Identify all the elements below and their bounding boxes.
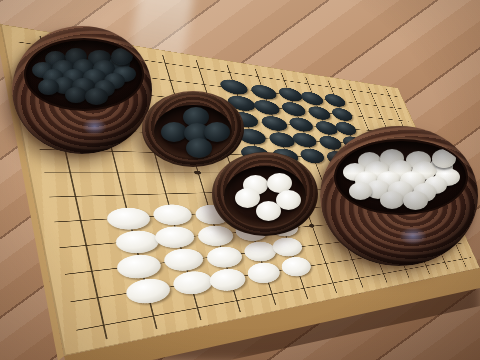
white-stone (195, 224, 236, 247)
black-stone (323, 93, 348, 108)
black-stone (287, 117, 315, 133)
white-stone (123, 276, 172, 306)
black-stone (333, 121, 358, 135)
white-stone (150, 203, 194, 225)
white-stone-bowl (320, 126, 478, 266)
white-stone (203, 245, 244, 270)
black-stone-in-bowl (38, 79, 59, 95)
white-bowl-opening (334, 139, 468, 216)
white-stone (170, 269, 215, 297)
black-stone (298, 148, 326, 163)
black-stone (252, 99, 282, 116)
black-stone (259, 115, 289, 131)
white-stone (278, 255, 313, 278)
black-stone (218, 78, 250, 96)
black-lid (142, 91, 244, 167)
white-stone (114, 253, 163, 281)
white-stone-in-bowl (403, 191, 428, 210)
white-lid (212, 152, 318, 236)
white-stone (161, 247, 206, 273)
white-stone-in-bowl (432, 149, 456, 168)
white-stone (104, 207, 152, 231)
black-stone (249, 84, 279, 101)
black-stone (299, 91, 325, 107)
white-stone-in-bowl (349, 182, 372, 200)
black-stone (290, 132, 318, 147)
white-stone-in-bowl (380, 191, 404, 209)
black-stone-in-bowl (85, 88, 108, 105)
white-stone (244, 261, 282, 286)
black-bowl-opening (24, 38, 144, 111)
black-stone-in-bowl (65, 87, 87, 103)
black-stone-in-bowl (111, 48, 133, 65)
go-set-photo (0, 0, 480, 360)
white-stone-in-lid (256, 201, 281, 221)
black-stone (306, 105, 332, 120)
white-stone (152, 225, 196, 249)
white-stone-in-lid (235, 188, 260, 208)
white-stone (206, 267, 247, 293)
black-stone (330, 107, 355, 122)
star-point (193, 171, 201, 175)
black-stone (280, 101, 308, 117)
star-point (308, 224, 315, 228)
black-stone-bowl (12, 26, 152, 154)
white-stone (112, 229, 160, 255)
